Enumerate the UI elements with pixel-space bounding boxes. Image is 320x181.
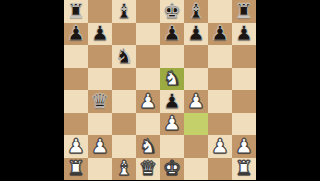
square-e3[interactable]: ♟ xyxy=(160,113,184,136)
black-rook-h8[interactable]: ♜ xyxy=(235,1,253,22)
square-e5[interactable]: ♞ xyxy=(160,68,184,91)
square-d8[interactable] xyxy=(136,0,160,23)
black-pawn-g7[interactable]: ♟ xyxy=(211,23,229,44)
square-c3[interactable] xyxy=(112,113,136,136)
square-e2[interactable] xyxy=(160,135,184,158)
square-h3[interactable] xyxy=(232,113,256,136)
square-f6[interactable] xyxy=(184,45,208,68)
square-b3[interactable] xyxy=(88,113,112,136)
square-g6[interactable] xyxy=(208,45,232,68)
square-f3[interactable] xyxy=(184,113,208,136)
white-pawn-a2[interactable]: ♟ xyxy=(67,136,85,157)
chess-board: ♜♝♚♝♜♟♟♟♟♟♟♞♞♛♟♟♟♟♟♟♞♟♟♜♝♛♚♜ xyxy=(64,0,256,180)
letterbox-right xyxy=(256,0,320,180)
white-king-e1[interactable]: ♚ xyxy=(163,158,181,179)
square-d1[interactable]: ♛ xyxy=(136,158,160,181)
square-b8[interactable] xyxy=(88,0,112,23)
square-g4[interactable] xyxy=(208,90,232,113)
black-pawn-b7[interactable]: ♟ xyxy=(91,23,109,44)
square-d7[interactable] xyxy=(136,23,160,46)
square-c8[interactable]: ♝ xyxy=(112,0,136,23)
white-queen-d1[interactable]: ♛ xyxy=(139,158,157,179)
square-d4[interactable]: ♟ xyxy=(136,90,160,113)
square-g5[interactable] xyxy=(208,68,232,91)
white-pawn-e3[interactable]: ♟ xyxy=(163,113,181,134)
square-a1[interactable]: ♜ xyxy=(64,158,88,181)
white-rook-h1[interactable]: ♜ xyxy=(235,158,253,179)
square-a7[interactable]: ♟ xyxy=(64,23,88,46)
square-c5[interactable] xyxy=(112,68,136,91)
square-a3[interactable] xyxy=(64,113,88,136)
square-h8[interactable]: ♜ xyxy=(232,0,256,23)
square-c7[interactable] xyxy=(112,23,136,46)
square-h4[interactable] xyxy=(232,90,256,113)
square-h1[interactable]: ♜ xyxy=(232,158,256,181)
square-h7[interactable]: ♟ xyxy=(232,23,256,46)
square-b4[interactable]: ♛ xyxy=(88,90,112,113)
square-g8[interactable] xyxy=(208,0,232,23)
square-b5[interactable] xyxy=(88,68,112,91)
white-pawn-b2[interactable]: ♟ xyxy=(91,136,109,157)
square-a4[interactable] xyxy=(64,90,88,113)
square-b6[interactable] xyxy=(88,45,112,68)
white-bishop-c1[interactable]: ♝ xyxy=(115,158,133,179)
chess-app-stage: ♜♝♚♝♜♟♟♟♟♟♟♞♞♛♟♟♟♟♟♟♞♟♟♜♝♛♚♜ xyxy=(0,0,320,180)
black-pawn-e4[interactable]: ♟ xyxy=(163,91,181,112)
square-f8[interactable]: ♝ xyxy=(184,0,208,23)
square-f4[interactable]: ♟ xyxy=(184,90,208,113)
black-king-e8[interactable]: ♚ xyxy=(163,1,181,22)
black-rook-a8[interactable]: ♜ xyxy=(67,1,85,22)
square-e8[interactable]: ♚ xyxy=(160,0,184,23)
square-e7[interactable]: ♟ xyxy=(160,23,184,46)
square-c1[interactable]: ♝ xyxy=(112,158,136,181)
square-h6[interactable] xyxy=(232,45,256,68)
white-knight-d2[interactable]: ♞ xyxy=(139,136,157,157)
square-f5[interactable] xyxy=(184,68,208,91)
square-a5[interactable] xyxy=(64,68,88,91)
black-pawn-f7[interactable]: ♟ xyxy=(187,23,205,44)
square-g1[interactable] xyxy=(208,158,232,181)
white-pawn-g2[interactable]: ♟ xyxy=(211,136,229,157)
square-b7[interactable]: ♟ xyxy=(88,23,112,46)
square-d5[interactable] xyxy=(136,68,160,91)
square-f2[interactable] xyxy=(184,135,208,158)
square-a8[interactable]: ♜ xyxy=(64,0,88,23)
square-d3[interactable] xyxy=(136,113,160,136)
square-d6[interactable] xyxy=(136,45,160,68)
square-e1[interactable]: ♚ xyxy=(160,158,184,181)
square-b1[interactable] xyxy=(88,158,112,181)
square-g7[interactable]: ♟ xyxy=(208,23,232,46)
square-b2[interactable]: ♟ xyxy=(88,135,112,158)
square-g3[interactable] xyxy=(208,113,232,136)
square-c6[interactable]: ♞ xyxy=(112,45,136,68)
white-pawn-f4[interactable]: ♟ xyxy=(187,91,205,112)
white-pawn-d4[interactable]: ♟ xyxy=(139,91,157,112)
square-a6[interactable] xyxy=(64,45,88,68)
square-e4[interactable]: ♟ xyxy=(160,90,184,113)
black-bishop-c8[interactable]: ♝ xyxy=(115,1,133,22)
black-pawn-a7[interactable]: ♟ xyxy=(67,23,85,44)
black-knight-c6[interactable]: ♞ xyxy=(115,46,133,67)
square-f7[interactable]: ♟ xyxy=(184,23,208,46)
square-a2[interactable]: ♟ xyxy=(64,135,88,158)
letterbox-left xyxy=(0,0,64,180)
square-c2[interactable] xyxy=(112,135,136,158)
square-h5[interactable] xyxy=(232,68,256,91)
black-bishop-f8[interactable]: ♝ xyxy=(187,1,205,22)
square-h2[interactable]: ♟ xyxy=(232,135,256,158)
white-rook-a1[interactable]: ♜ xyxy=(67,158,85,179)
square-e6[interactable] xyxy=(160,45,184,68)
black-queen-b4[interactable]: ♛ xyxy=(91,91,109,112)
black-pawn-e7[interactable]: ♟ xyxy=(163,23,181,44)
white-pawn-h2[interactable]: ♟ xyxy=(235,136,253,157)
square-c4[interactable] xyxy=(112,90,136,113)
white-knight-e5[interactable]: ♞ xyxy=(163,68,181,89)
square-f1[interactable] xyxy=(184,158,208,181)
square-d2[interactable]: ♞ xyxy=(136,135,160,158)
square-g2[interactable]: ♟ xyxy=(208,135,232,158)
black-pawn-h7[interactable]: ♟ xyxy=(235,23,253,44)
